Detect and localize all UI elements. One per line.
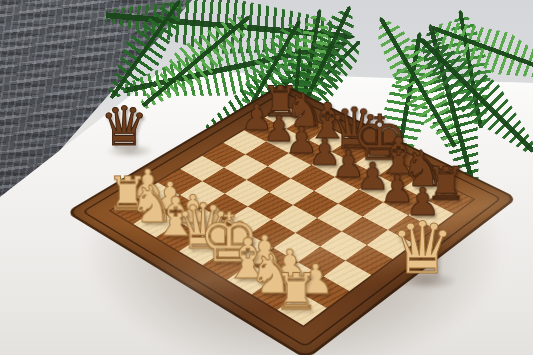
white-extra-queen[interactable]: ♛ — [390, 212, 455, 284]
black-extra-queen[interactable]: ♛ — [100, 100, 148, 154]
piece-white-rook[interactable]: ♜ — [273, 266, 308, 317]
chess-set-photo-scene: ♜♞♝♛♚♝♞♜♟♟♟♟♟♟♟♟♟♟♟♟♟♟♟♟♜♞♝♛♚♝♞♜ ♛ ♛ — [0, 0, 533, 355]
